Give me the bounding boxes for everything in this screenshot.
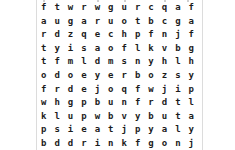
- grid-cell-r8c2[interactable]: h: [50, 96, 63, 110]
- grid-cell-r10c10[interactable]: a: [158, 123, 171, 137]
- grid-cell-r7c8[interactable]: f: [131, 82, 144, 96]
- grid-cell-r11c5[interactable]: i: [91, 136, 104, 150]
- grid-cell-r9c7[interactable]: v: [118, 109, 131, 123]
- grid-cell-r2c9[interactable]: b: [144, 15, 157, 29]
- grid-cell-r3c8[interactable]: p: [131, 28, 144, 42]
- grid-cell-r9c12[interactable]: a: [185, 109, 198, 123]
- grid-cell-r3c11[interactable]: j: [171, 28, 184, 42]
- grid-cell-r3c3[interactable]: z: [64, 28, 77, 42]
- grid-cell-r5c12[interactable]: h: [185, 55, 198, 69]
- grid-cell-r9c3[interactable]: u: [64, 109, 77, 123]
- grid-cell-r6c9[interactable]: o: [144, 69, 157, 83]
- word-search-grid: ftwrwgurcqafaugaruotbcgardzqechpfnjftyis…: [37, 1, 198, 150]
- grid-cell-r6c6[interactable]: e: [104, 69, 117, 83]
- grid-cell-r4c3[interactable]: i: [64, 42, 77, 56]
- grid-cell-r1c5[interactable]: w: [91, 1, 104, 15]
- grid-cell-r11c4[interactable]: r: [77, 136, 90, 150]
- grid-cell-r5c11[interactable]: l: [171, 55, 184, 69]
- grid-cell-r10c3[interactable]: i: [64, 123, 77, 137]
- grid-cell-r2c11[interactable]: g: [171, 15, 184, 29]
- grid-cell-r6c3[interactable]: o: [64, 69, 77, 83]
- grid-cell-r7c1[interactable]: f: [37, 82, 50, 96]
- grid-cell-r5c2[interactable]: f: [50, 55, 63, 69]
- grid-cell-r11c10[interactable]: o: [158, 136, 171, 150]
- grid-cell-r8c12[interactable]: l: [185, 96, 198, 110]
- grid-cell-r1c10[interactable]: q: [158, 1, 171, 15]
- grid-cell-r10c12[interactable]: y: [185, 123, 198, 137]
- grid-cell-r9c10[interactable]: u: [158, 109, 171, 123]
- grid-cell-r10c8[interactable]: p: [131, 123, 144, 137]
- grid-cell-r8c9[interactable]: r: [144, 96, 157, 110]
- grid-cell-r2c10[interactable]: c: [158, 15, 171, 29]
- grid-cell-r4c7[interactable]: f: [118, 42, 131, 56]
- grid-cell-r4c4[interactable]: s: [77, 42, 90, 56]
- grid-cell-r6c7[interactable]: r: [118, 69, 131, 83]
- grid-cell-r4c10[interactable]: v: [158, 42, 171, 56]
- grid-cell-r1c8[interactable]: r: [131, 1, 144, 15]
- grid-cell-r11c2[interactable]: d: [50, 136, 63, 150]
- grid-cell-r2c8[interactable]: t: [131, 15, 144, 29]
- grid-cell-r5c1[interactable]: t: [37, 55, 50, 69]
- grid-cell-r5c3[interactable]: m: [64, 55, 77, 69]
- grid-cell-r8c10[interactable]: d: [158, 96, 171, 110]
- grid-cell-r8c4[interactable]: p: [77, 96, 90, 110]
- grid-cell-r5c9[interactable]: y: [144, 55, 157, 69]
- grid-cell-r10c5[interactable]: a: [91, 123, 104, 137]
- grid-cell-r4c8[interactable]: l: [131, 42, 144, 56]
- grid-cell-r3c2[interactable]: d: [50, 28, 63, 42]
- grid-cell-r6c5[interactable]: y: [91, 69, 104, 83]
- grid-cell-r4c9[interactable]: k: [144, 42, 157, 56]
- grid-cell-r9c4[interactable]: p: [77, 109, 90, 123]
- grid-cell-r6c2[interactable]: d: [50, 69, 63, 83]
- grid-cell-r3c6[interactable]: c: [104, 28, 117, 42]
- grid-cell-r4c6[interactable]: o: [104, 42, 117, 56]
- grid-cell-r1c3[interactable]: w: [64, 1, 77, 15]
- grid-cell-r11c12[interactable]: j: [185, 136, 198, 150]
- grid-cell-r1c4[interactable]: r: [77, 1, 90, 15]
- grid-cell-r10c6[interactable]: t: [104, 123, 117, 137]
- grid-cell-r4c2[interactable]: y: [50, 42, 63, 56]
- grid-cell-r11c7[interactable]: k: [118, 136, 131, 150]
- grid-cell-r5c10[interactable]: h: [158, 55, 171, 69]
- grid-cell-r7c5[interactable]: j: [91, 82, 104, 96]
- grid-cell-r5c5[interactable]: d: [91, 55, 104, 69]
- grid-cell-r1c12[interactable]: f: [185, 1, 198, 15]
- grid-cell-r10c1[interactable]: p: [37, 123, 50, 137]
- grid-cell-r11c1[interactable]: b: [37, 136, 50, 150]
- grid-cell-r5c8[interactable]: n: [131, 55, 144, 69]
- grid-cell-r6c12[interactable]: y: [185, 69, 198, 83]
- grid-cell-r11c9[interactable]: g: [144, 136, 157, 150]
- grid-cell-r2c1[interactable]: a: [37, 15, 50, 29]
- grid-cell-r4c12[interactable]: g: [185, 42, 198, 56]
- grid-cell-r3c9[interactable]: f: [144, 28, 157, 42]
- grid-cell-r9c5[interactable]: w: [91, 109, 104, 123]
- grid-cell-r8c3[interactable]: g: [64, 96, 77, 110]
- grid-cell-r3c4[interactable]: q: [77, 28, 90, 42]
- grid-cell-r9c1[interactable]: k: [37, 109, 50, 123]
- grid-cell-r1c6[interactable]: g: [104, 1, 117, 15]
- grid-cell-r7c7[interactable]: q: [118, 82, 131, 96]
- grid-cell-r8c8[interactable]: f: [131, 96, 144, 110]
- grid-cell-r7c2[interactable]: r: [50, 82, 63, 96]
- grid-cell-r9c6[interactable]: b: [104, 109, 117, 123]
- grid-cell-r6c1[interactable]: o: [37, 69, 50, 83]
- grid-cell-r1c1[interactable]: f: [37, 1, 50, 15]
- grid-cell-r2c2[interactable]: u: [50, 15, 63, 29]
- grid-cell-r10c9[interactable]: y: [144, 123, 157, 137]
- grid-cell-r2c12[interactable]: a: [185, 15, 198, 29]
- grid-cell-r7c9[interactable]: w: [144, 82, 157, 96]
- grid-cell-r2c6[interactable]: u: [104, 15, 117, 29]
- grid-cell-r7c10[interactable]: j: [158, 82, 171, 96]
- grid-cell-r10c11[interactable]: l: [171, 123, 184, 137]
- grid-cell-r11c3[interactable]: d: [64, 136, 77, 150]
- grid-cell-r3c10[interactable]: n: [158, 28, 171, 42]
- grid-cell-r6c10[interactable]: z: [158, 69, 171, 83]
- grid-cell-r1c7[interactable]: u: [118, 1, 131, 15]
- grid-cell-r3c1[interactable]: r: [37, 28, 50, 42]
- grid-cell-r9c9[interactable]: b: [144, 109, 157, 123]
- grid-cell-r6c4[interactable]: e: [77, 69, 90, 83]
- grid-cell-r9c11[interactable]: t: [171, 109, 184, 123]
- grid-cell-r7c11[interactable]: i: [171, 82, 184, 96]
- grid-cell-r7c6[interactable]: o: [104, 82, 117, 96]
- grid-cell-r1c9[interactable]: c: [144, 1, 157, 15]
- grid-cell-r8c1[interactable]: w: [37, 96, 50, 110]
- grid-cell-r9c2[interactable]: l: [50, 109, 63, 123]
- grid-cell-r8c7[interactable]: n: [118, 96, 131, 110]
- grid-cell-r4c11[interactable]: b: [171, 42, 184, 56]
- grid-cell-r1c11[interactable]: a: [171, 1, 184, 15]
- grid-cell-r9c8[interactable]: y: [131, 109, 144, 123]
- grid-cell-r8c5[interactable]: b: [91, 96, 104, 110]
- grid-cell-r7c4[interactable]: e: [77, 82, 90, 96]
- grid-cell-r5c7[interactable]: s: [118, 55, 131, 69]
- grid-cell-r2c4[interactable]: a: [77, 15, 90, 29]
- grid-cell-r5c4[interactable]: l: [77, 55, 90, 69]
- grid-cell-r3c5[interactable]: e: [91, 28, 104, 42]
- grid-cell-r2c7[interactable]: o: [118, 15, 131, 29]
- grid-cell-r11c8[interactable]: f: [131, 136, 144, 150]
- grid-cell-r10c4[interactable]: e: [77, 123, 90, 137]
- grid-cell-r7c3[interactable]: d: [64, 82, 77, 96]
- grid-cell-r10c7[interactable]: j: [118, 123, 131, 137]
- grid-cell-r7c12[interactable]: p: [185, 82, 198, 96]
- grid-cell-r1c2[interactable]: t: [50, 1, 63, 15]
- grid-cell-r3c7[interactable]: h: [118, 28, 131, 42]
- grid-cell-r11c6[interactable]: n: [104, 136, 117, 150]
- grid-cell-r5c6[interactable]: m: [104, 55, 117, 69]
- grid-cell-r6c8[interactable]: b: [131, 69, 144, 83]
- grid-cell-r3c12[interactable]: f: [185, 28, 198, 42]
- grid-cell-r2c5[interactable]: r: [91, 15, 104, 29]
- grid-cell-r8c11[interactable]: t: [171, 96, 184, 110]
- grid-cell-r4c1[interactable]: t: [37, 42, 50, 56]
- grid-cell-r6c11[interactable]: s: [171, 69, 184, 83]
- grid-cell-r11c11[interactable]: n: [171, 136, 184, 150]
- grid-cell-r4c5[interactable]: a: [91, 42, 104, 56]
- grid-cell-r2c3[interactable]: g: [64, 15, 77, 29]
- grid-cell-r8c6[interactable]: u: [104, 96, 117, 110]
- grid-cell-r10c2[interactable]: s: [50, 123, 63, 137]
